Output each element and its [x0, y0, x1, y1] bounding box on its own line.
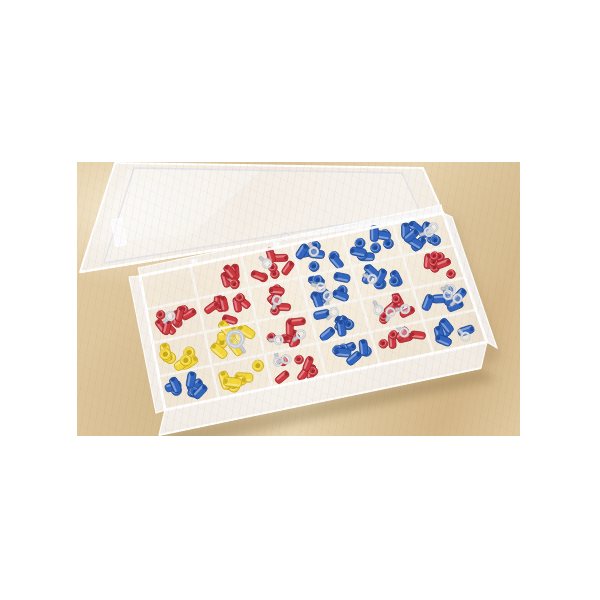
product-photo: [77, 162, 520, 436]
organizer-box-scene: [77, 162, 520, 436]
page-background: [0, 0, 600, 600]
